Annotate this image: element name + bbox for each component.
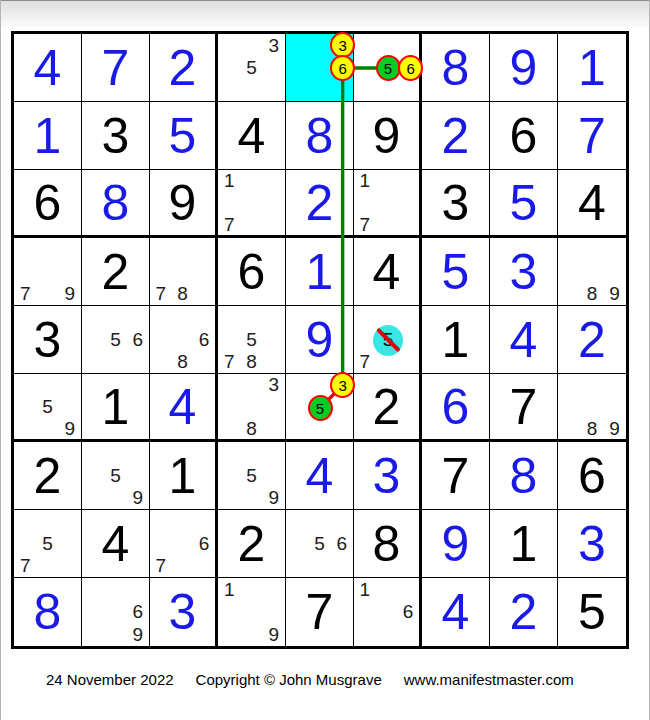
cell-r2c7[interactable]: 2 <box>422 102 490 170</box>
candidate-9: 9 <box>263 487 285 509</box>
cell-r3c5[interactable]: 2 <box>286 170 354 238</box>
cell-r7c1[interactable]: 2 <box>14 442 82 510</box>
cell-r4c3[interactable]: 78 <box>150 238 218 306</box>
candidate-6: 6 <box>127 328 149 350</box>
sudoku-board: 4723589113548926768917217354792786145389… <box>11 31 629 649</box>
solved-digit: 1 <box>14 102 81 169</box>
candidate-1: 1 <box>218 170 240 192</box>
solved-digit: 2 <box>150 34 215 101</box>
given-digit: 3 <box>82 102 149 169</box>
cell-r8c8[interactable]: 1 <box>490 510 558 578</box>
cell-r8c6[interactable]: 8 <box>354 510 422 578</box>
cell-r6c6[interactable]: 2 <box>354 374 422 442</box>
cell-r1c4[interactable]: 35 <box>218 34 286 102</box>
cell-r3c9[interactable]: 4 <box>558 170 626 238</box>
cell-r4c2[interactable]: 2 <box>82 238 150 306</box>
cell-r5c2[interactable]: 56 <box>82 306 150 374</box>
cell-r2c9[interactable]: 7 <box>558 102 626 170</box>
solved-digit: 4 <box>422 578 489 646</box>
candidate-6: 6 <box>193 328 215 350</box>
cell-r1c6[interactable] <box>354 34 422 102</box>
cell-r4c6[interactable]: 4 <box>354 238 422 306</box>
candidate-5: 5 <box>240 328 262 350</box>
cell-r3c2[interactable]: 8 <box>82 170 150 238</box>
candidate-7: 7 <box>218 213 240 235</box>
candidate-9: 9 <box>603 283 626 305</box>
solved-digit: 5 <box>490 170 557 235</box>
window-titlebar <box>1 0 649 27</box>
cell-r8c4[interactable]: 2 <box>218 510 286 578</box>
cell-r2c6[interactable]: 9 <box>354 102 422 170</box>
cell-r1c5[interactable] <box>286 34 354 102</box>
candidate-3: 3 <box>263 374 285 396</box>
candidate-9: 9 <box>127 623 149 646</box>
given-digit: 9 <box>150 170 215 235</box>
candidate-7: 7 <box>354 351 376 373</box>
cell-r7c4[interactable]: 59 <box>218 442 286 510</box>
cell-r8c7[interactable]: 9 <box>422 510 490 578</box>
cell-r7c6[interactable]: 3 <box>354 442 422 510</box>
footer-copyright: Copyright © John Musgrave <box>196 671 382 688</box>
cell-r8c9[interactable]: 3 <box>558 510 626 578</box>
candidate-3: 3 <box>263 34 285 56</box>
solved-digit: 1 <box>558 34 626 101</box>
cell-r4c1[interactable]: 79 <box>14 238 82 306</box>
cell-r8c2[interactable]: 4 <box>82 510 150 578</box>
candidate-5: 5 <box>240 464 262 486</box>
candidate-1: 1 <box>354 578 376 601</box>
solved-digit: 9 <box>286 306 353 373</box>
cell-r2c3[interactable]: 5 <box>150 102 218 170</box>
cell-r6c9[interactable]: 89 <box>558 374 626 442</box>
solved-digit: 3 <box>558 510 626 577</box>
given-digit: 1 <box>422 306 489 373</box>
candidate-9: 9 <box>59 417 81 439</box>
given-digit: 3 <box>422 170 489 235</box>
cell-r3c7[interactable]: 3 <box>422 170 490 238</box>
solved-digit: 9 <box>422 510 489 577</box>
solved-digit: 2 <box>286 170 353 235</box>
solved-digit: 2 <box>558 306 626 373</box>
solved-digit: 2 <box>490 578 557 646</box>
given-digit: 2 <box>218 510 285 577</box>
given-digit: 4 <box>218 102 285 169</box>
cell-r1c7[interactable]: 8 <box>422 34 490 102</box>
solved-digit: 8 <box>490 442 557 509</box>
given-digit: 6 <box>490 102 557 169</box>
given-digit: 7 <box>286 578 353 646</box>
cell-r3c1[interactable]: 6 <box>14 170 82 238</box>
solved-digit: 8 <box>286 102 353 169</box>
cell-r4c9[interactable]: 89 <box>558 238 626 306</box>
solved-digit: 8 <box>14 578 81 646</box>
sudoku-board-wrap: 4723589113548926768917217354792786145389… <box>11 31 629 649</box>
given-digit: 1 <box>490 510 557 577</box>
cell-r1c9[interactable]: 1 <box>558 34 626 102</box>
candidate-8: 8 <box>172 351 194 373</box>
candidate-6: 6 <box>397 601 419 624</box>
candidate-9: 9 <box>603 417 626 439</box>
given-digit: 6 <box>558 442 626 509</box>
solved-digit: 5 <box>150 102 215 169</box>
cell-r9c5[interactable]: 7 <box>286 578 354 646</box>
given-digit: 2 <box>14 442 81 509</box>
candidate-1: 1 <box>354 170 376 192</box>
cell-r2c2[interactable]: 3 <box>82 102 150 170</box>
cell-r6c2[interactable]: 1 <box>82 374 150 442</box>
cell-r4c5[interactable]: 1 <box>286 238 354 306</box>
cell-r7c7[interactable]: 7 <box>422 442 490 510</box>
cell-r2c5[interactable]: 8 <box>286 102 354 170</box>
candidate-5: 5 <box>308 532 330 554</box>
given-digit: 6 <box>218 238 285 305</box>
given-digit: 4 <box>558 170 626 235</box>
solved-digit: 3 <box>354 442 419 509</box>
cell-r7c5[interactable]: 4 <box>286 442 354 510</box>
cell-r9c2[interactable]: 69 <box>82 578 150 646</box>
solved-digit: 4 <box>490 306 557 373</box>
solved-digit: 6 <box>422 374 489 439</box>
candidate-9: 9 <box>59 283 81 305</box>
solved-digit: 3 <box>490 238 557 305</box>
cell-r5c1[interactable]: 3 <box>14 306 82 374</box>
cell-r9c3[interactable]: 3 <box>150 578 218 646</box>
cell-r5c7[interactable]: 1 <box>422 306 490 374</box>
cell-r1c3[interactable]: 2 <box>150 34 218 102</box>
cell-r5c3[interactable]: 68 <box>150 306 218 374</box>
cell-r7c9[interactable]: 6 <box>558 442 626 510</box>
cell-r3c6[interactable]: 17 <box>354 170 422 238</box>
cell-r9c8[interactable]: 2 <box>490 578 558 646</box>
candidate-8: 8 <box>581 283 604 305</box>
solved-digit: 5 <box>422 238 489 305</box>
given-digit: 4 <box>82 510 149 577</box>
cell-r5c8[interactable]: 4 <box>490 306 558 374</box>
cell-r7c2[interactable]: 59 <box>82 442 150 510</box>
candidate-8: 8 <box>172 283 194 305</box>
cell-r5c4[interactable]: 578 <box>218 306 286 374</box>
candidate-6: 6 <box>127 601 149 624</box>
cell-r1c2[interactable]: 7 <box>82 34 150 102</box>
solved-digit: 8 <box>422 34 489 101</box>
footer-site: www.manifestmaster.com <box>404 671 574 688</box>
cell-r3c8[interactable]: 5 <box>490 170 558 238</box>
given-digit: 3 <box>14 306 81 373</box>
candidate-5: 5 <box>240 56 262 78</box>
cell-r4c4[interactable]: 6 <box>218 238 286 306</box>
candidate-9: 9 <box>127 487 149 509</box>
cell-r3c3[interactable]: 9 <box>150 170 218 238</box>
candidate-8: 8 <box>240 417 262 439</box>
solved-digit: 7 <box>558 102 626 169</box>
cell-r5c9[interactable]: 2 <box>558 306 626 374</box>
cell-r8c3[interactable]: 67 <box>150 510 218 578</box>
candidate-7: 7 <box>354 213 376 235</box>
cell-r4c8[interactable]: 3 <box>490 238 558 306</box>
cell-r9c9[interactable]: 5 <box>558 578 626 646</box>
cell-r9c1[interactable]: 8 <box>14 578 82 646</box>
cell-r8c5[interactable]: 56 <box>286 510 354 578</box>
candidate-5: 5 <box>104 328 126 350</box>
solved-digit: 1 <box>286 238 353 305</box>
app-window: { "game": "sudoku", "position": "4720008… <box>0 0 650 720</box>
solved-digit: 8 <box>82 170 149 235</box>
solved-digit: 4 <box>14 34 81 101</box>
cell-r9c6[interactable]: 16 <box>354 578 422 646</box>
cell-r6c7[interactable]: 6 <box>422 374 490 442</box>
solved-digit: 2 <box>422 102 489 169</box>
cell-r1c8[interactable]: 9 <box>490 34 558 102</box>
candidate-8: 8 <box>581 417 604 439</box>
given-digit: 7 <box>490 374 557 439</box>
solved-digit: 9 <box>490 34 557 101</box>
candidate-7: 7 <box>14 283 36 305</box>
candidate-5: 5 <box>36 396 58 418</box>
given-digit: 5 <box>558 578 626 646</box>
candidate-5: 5 <box>104 464 126 486</box>
cell-r6c8[interactable]: 7 <box>490 374 558 442</box>
given-digit: 8 <box>354 510 419 577</box>
candidate-7: 7 <box>150 283 172 305</box>
cell-r4c7[interactable]: 5 <box>422 238 490 306</box>
solved-digit: 3 <box>150 578 215 646</box>
candidate-6: 6 <box>193 532 215 554</box>
candidate-1: 1 <box>218 578 240 601</box>
candidate-5: 5 <box>36 532 58 554</box>
given-digit: 6 <box>14 170 81 235</box>
candidate-8: 8 <box>240 351 262 373</box>
footer-date: 24 November 2022 <box>46 671 174 688</box>
cell-r6c4[interactable]: 38 <box>218 374 286 442</box>
cell-r5c5[interactable]: 9 <box>286 306 354 374</box>
cell-r6c1[interactable]: 59 <box>14 374 82 442</box>
cell-r6c5[interactable] <box>286 374 354 442</box>
cell-r9c7[interactable]: 4 <box>422 578 490 646</box>
solved-digit: 4 <box>150 374 215 439</box>
cell-r2c1[interactable]: 1 <box>14 102 82 170</box>
candidate-9: 9 <box>263 623 285 646</box>
candidate-6: 6 <box>331 532 353 554</box>
given-digit: 1 <box>82 374 149 439</box>
cell-r2c8[interactable]: 6 <box>490 102 558 170</box>
cell-r1c1[interactable]: 4 <box>14 34 82 102</box>
candidate-7: 7 <box>14 555 36 577</box>
cell-r9c4[interactable]: 19 <box>218 578 286 646</box>
candidate-7: 7 <box>150 555 172 577</box>
given-digit: 2 <box>354 374 419 439</box>
given-digit: 2 <box>82 238 149 305</box>
cell-r7c8[interactable]: 8 <box>490 442 558 510</box>
cell-r6c3[interactable]: 4 <box>150 374 218 442</box>
cell-r5c6[interactable]: 7 <box>354 306 422 374</box>
solved-digit: 4 <box>286 442 353 509</box>
cell-r3c4[interactable]: 17 <box>218 170 286 238</box>
cell-r7c3[interactable]: 1 <box>150 442 218 510</box>
candidate-7: 7 <box>218 351 240 373</box>
cell-r8c1[interactable]: 57 <box>14 510 82 578</box>
given-digit: 1 <box>150 442 215 509</box>
footer: 24 November 2022Copyright © John Musgrav… <box>46 671 596 688</box>
cell-r2c4[interactable]: 4 <box>218 102 286 170</box>
given-digit: 9 <box>354 102 419 169</box>
solved-digit: 7 <box>82 34 149 101</box>
given-digit: 4 <box>354 238 419 305</box>
given-digit: 7 <box>422 442 489 509</box>
